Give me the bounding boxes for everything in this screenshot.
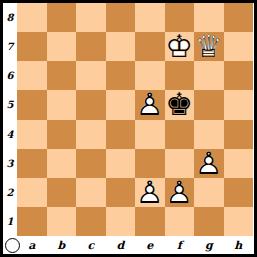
piece-outline-glyph: ♙ [195, 148, 223, 179]
piece-white-pawn[interactable]: ♟♙ [194, 149, 224, 178]
file-label-c: c [76, 236, 106, 254]
square-f7[interactable]: ♚♔ [165, 32, 195, 61]
square-a3[interactable] [17, 149, 47, 178]
square-g6[interactable] [194, 61, 224, 90]
square-d8[interactable] [106, 3, 136, 32]
square-g3[interactable]: ♟♙ [194, 149, 224, 178]
chess-diagram: 87654321 ♚♔♛♕♟♙♚♟♙♟♙♟♙ abcdefgh [0, 0, 257, 257]
square-d2[interactable] [106, 178, 136, 207]
piece-outline-glyph: ♔ [165, 31, 193, 62]
file-label-d: d [106, 236, 136, 254]
rank-label-6: 6 [3, 61, 17, 90]
piece-black-king[interactable]: ♚ [165, 90, 195, 119]
square-c7[interactable] [76, 32, 106, 61]
square-h1[interactable] [224, 207, 254, 236]
square-a6[interactable] [17, 61, 47, 90]
square-h4[interactable] [224, 120, 254, 149]
square-f5[interactable]: ♚ [165, 90, 195, 119]
piece-white-king[interactable]: ♚♔ [165, 32, 195, 61]
square-e1[interactable] [135, 207, 165, 236]
square-a1[interactable] [17, 207, 47, 236]
square-f2[interactable]: ♟♙ [165, 178, 195, 207]
rank-label-2: 2 [3, 178, 17, 207]
square-b3[interactable] [47, 149, 77, 178]
rank-label-4: 4 [3, 120, 17, 149]
square-a2[interactable] [17, 178, 47, 207]
square-a4[interactable] [17, 120, 47, 149]
piece-outline-glyph: ♕ [195, 31, 223, 62]
square-b8[interactable] [47, 3, 77, 32]
square-g1[interactable] [194, 207, 224, 236]
square-e8[interactable] [135, 3, 165, 32]
square-c1[interactable] [76, 207, 106, 236]
piece-outline-glyph: ♙ [165, 177, 193, 208]
square-c6[interactable] [76, 61, 106, 90]
square-f1[interactable] [165, 207, 195, 236]
diagram-inner: 87654321 ♚♔♛♕♟♙♚♟♙♟♙♟♙ abcdefgh [3, 3, 254, 254]
white-to-move-indicator [5, 238, 20, 253]
square-c4[interactable] [76, 120, 106, 149]
square-h6[interactable] [224, 61, 254, 90]
square-e2[interactable]: ♟♙ [135, 178, 165, 207]
square-c2[interactable] [76, 178, 106, 207]
square-h5[interactable] [224, 90, 254, 119]
square-a7[interactable] [17, 32, 47, 61]
square-d5[interactable] [106, 90, 136, 119]
square-a8[interactable] [17, 3, 47, 32]
square-b5[interactable] [47, 90, 77, 119]
square-f4[interactable] [165, 120, 195, 149]
chess-board: ♚♔♛♕♟♙♚♟♙♟♙♟♙ [17, 3, 253, 236]
square-b6[interactable] [47, 61, 77, 90]
file-label-g: g [194, 236, 224, 254]
rank-label-5: 5 [3, 90, 17, 119]
square-e4[interactable] [135, 120, 165, 149]
piece-white-queen[interactable]: ♛♕ [194, 32, 224, 61]
square-h3[interactable] [224, 149, 254, 178]
square-b1[interactable] [47, 207, 77, 236]
file-label-h: h [224, 236, 254, 254]
piece-white-pawn[interactable]: ♟♙ [165, 178, 195, 207]
file-label-b: b [47, 236, 77, 254]
square-b2[interactable] [47, 178, 77, 207]
square-a5[interactable] [17, 90, 47, 119]
square-e5[interactable]: ♟♙ [135, 90, 165, 119]
rank-label-3: 3 [3, 149, 17, 178]
square-d4[interactable] [106, 120, 136, 149]
square-h8[interactable] [224, 3, 254, 32]
file-label-f: f [165, 236, 195, 254]
piece-white-pawn[interactable]: ♟♙ [135, 90, 165, 119]
square-g5[interactable] [194, 90, 224, 119]
rank-label-1: 1 [3, 207, 17, 236]
file-label-e: e [135, 236, 165, 254]
rank-label-7: 7 [3, 32, 17, 61]
square-c3[interactable] [76, 149, 106, 178]
square-g2[interactable] [194, 178, 224, 207]
square-b4[interactable] [47, 120, 77, 149]
file-label-a: a [17, 236, 47, 254]
piece-white-pawn[interactable]: ♟♙ [135, 178, 165, 207]
square-c8[interactable] [76, 3, 106, 32]
square-d7[interactable] [106, 32, 136, 61]
square-d3[interactable] [106, 149, 136, 178]
square-h7[interactable] [224, 32, 254, 61]
rank-label-8: 8 [3, 3, 17, 32]
piece-outline-glyph: ♙ [136, 89, 164, 120]
square-g7[interactable]: ♛♕ [194, 32, 224, 61]
square-c5[interactable] [76, 90, 106, 119]
square-e7[interactable] [135, 32, 165, 61]
file-labels: abcdefgh [17, 236, 253, 254]
square-d6[interactable] [106, 61, 136, 90]
piece-glyph: ♚ [165, 89, 193, 120]
rank-labels: 87654321 [3, 3, 17, 236]
square-d1[interactable] [106, 207, 136, 236]
piece-outline-glyph: ♙ [136, 177, 164, 208]
square-b7[interactable] [47, 32, 77, 61]
square-h2[interactable] [224, 178, 254, 207]
